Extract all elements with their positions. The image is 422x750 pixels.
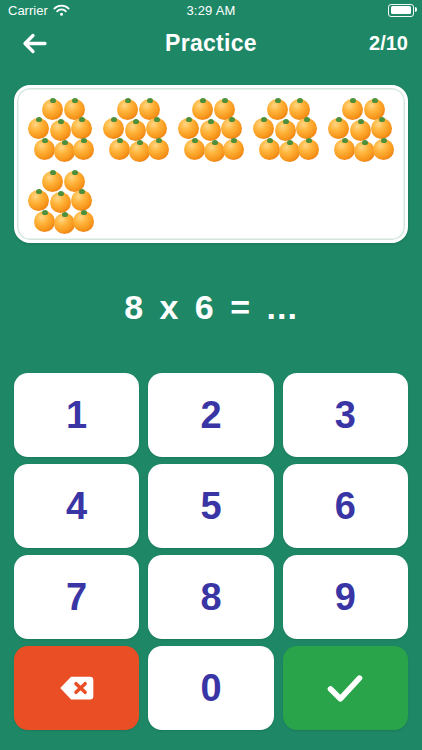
key-7[interactable]: 7 [14,555,139,639]
progress-counter: 2/10 [369,32,408,55]
orange-group [28,171,94,233]
orange-icon [296,118,317,139]
orange-icon [259,139,280,160]
orange-icon [373,139,394,160]
orange-icon [50,120,71,141]
orange-icon [103,118,124,139]
orange-icon [73,139,94,160]
orange-icon [42,171,63,192]
orange-group [28,99,94,161]
orange-icon [50,192,71,213]
orange-group [328,99,394,161]
key-8[interactable]: 8 [148,555,273,639]
orange-icon [371,118,392,139]
orange-icon [148,139,169,160]
status-bar: Carrier 3:29 AM [0,0,422,20]
key-3[interactable]: 3 [283,373,408,457]
key-2[interactable]: 2 [148,373,273,457]
orange-icon [204,141,225,162]
equation-text: 8 x 6 = ... [0,287,422,327]
key-6[interactable]: 6 [283,464,408,548]
orange-icon [42,99,63,120]
orange-icon [146,118,167,139]
orange-icon [328,118,349,139]
orange-icon [253,118,274,139]
key-5[interactable]: 5 [148,464,273,548]
orange-icon [178,118,199,139]
orange-icon [223,139,244,160]
key-9[interactable]: 9 [283,555,408,639]
orange-icon [125,120,146,141]
orange-icon [54,141,75,162]
orange-icon [192,99,213,120]
orange-icon [279,141,300,162]
orange-icon [298,139,319,160]
orange-icon [275,120,296,141]
orange-icon [54,213,75,234]
orange-icon [221,118,242,139]
orange-icon [71,190,92,211]
key-0[interactable]: 0 [148,646,273,730]
key-submit[interactable] [283,646,408,730]
key-4[interactable]: 4 [14,464,139,548]
keypad: 1 2 3 4 5 6 7 8 9 0 [14,373,408,730]
orange-icon [28,118,49,139]
orange-icon [267,99,288,120]
key-backspace[interactable] [14,646,139,730]
picture-card [14,85,408,243]
orange-icon [129,141,150,162]
orange-icon [28,190,49,211]
orange-icon [71,118,92,139]
battery-icon [388,4,414,17]
orange-group [178,99,244,161]
orange-icon [34,139,55,160]
orange-icon [34,211,55,232]
orange-icon [342,99,363,120]
orange-icon [350,120,371,141]
orange-icon [200,120,221,141]
orange-icon [117,99,138,120]
nav-bar: Practice 2/10 [0,20,422,66]
clock: 3:29 AM [0,3,422,18]
orange-icon [73,211,94,232]
orange-icon [334,139,355,160]
key-1[interactable]: 1 [14,373,139,457]
orange-icon [109,139,130,160]
orange-icon [354,141,375,162]
orange-group [253,99,319,161]
page-title: Practice [0,30,422,57]
check-icon [324,673,366,704]
orange-group [103,99,169,161]
backspace-icon [58,675,95,701]
orange-icon [184,139,205,160]
